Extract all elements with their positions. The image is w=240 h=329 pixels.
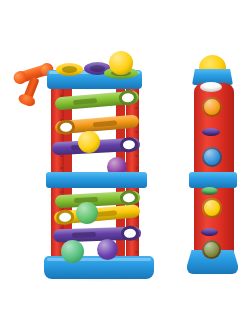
side-hole-3-oval: [202, 128, 220, 136]
ball-ramp5: [76, 202, 98, 224]
side-hole-2-ball: [202, 97, 222, 117]
ball-ramp3: [78, 131, 100, 153]
ball-top: [109, 51, 133, 75]
ball-base-left: [61, 240, 84, 263]
front-tower-middle-band: [46, 172, 147, 188]
side-hole-8-ball: [202, 240, 221, 259]
front-tower-base: [44, 256, 154, 279]
toy-product-photo: [0, 0, 240, 329]
side-hole-1-empty: [200, 82, 222, 92]
ball-base-right: [97, 239, 118, 260]
side-tower-middle-band: [189, 172, 237, 188]
pound-hole-ring-1: [56, 63, 83, 76]
side-hole-5-oval: [201, 187, 218, 195]
side-hole-7-oval: [201, 228, 218, 236]
side-hole-4-ball: [202, 147, 222, 167]
side-hole-6-ball: [202, 198, 222, 218]
